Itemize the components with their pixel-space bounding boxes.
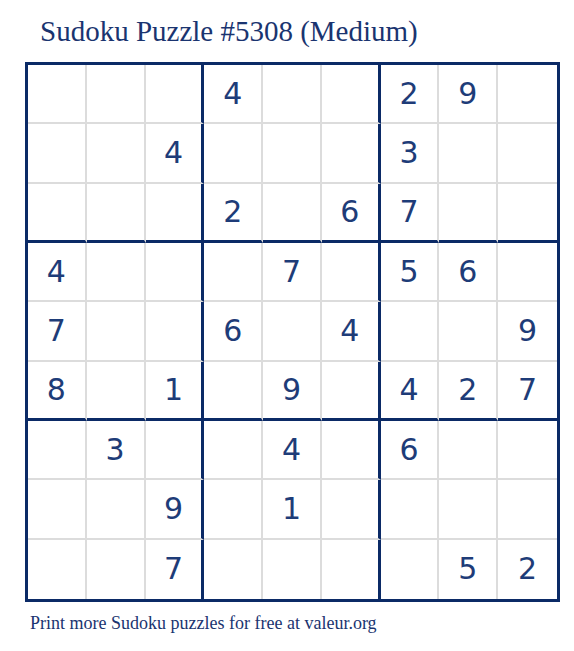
cell-r2c9[interactable] bbox=[498, 124, 557, 183]
cell-r4c1[interactable]: 4 bbox=[28, 243, 87, 302]
cell-r5c4[interactable]: 6 bbox=[204, 302, 263, 361]
cell-r3c5[interactable] bbox=[263, 184, 322, 243]
cell-r9c2[interactable] bbox=[87, 540, 146, 599]
cell-r8c6[interactable] bbox=[322, 480, 381, 539]
cell-r9c5[interactable] bbox=[263, 540, 322, 599]
cell-r8c2[interactable] bbox=[87, 480, 146, 539]
cell-r3c7[interactable]: 7 bbox=[381, 184, 440, 243]
cell-r3c4[interactable]: 2 bbox=[204, 184, 263, 243]
cell-r3c9[interactable] bbox=[498, 184, 557, 243]
footer-text: Print more Sudoku puzzles for free at va… bbox=[30, 611, 377, 635]
cell-r3c2[interactable] bbox=[87, 184, 146, 243]
cell-r8c3[interactable]: 9 bbox=[146, 480, 205, 539]
cell-r4c9[interactable] bbox=[498, 243, 557, 302]
cell-r1c2[interactable] bbox=[87, 65, 146, 124]
cell-r6c7[interactable]: 4 bbox=[381, 362, 440, 421]
cell-r4c8[interactable]: 6 bbox=[439, 243, 498, 302]
cell-r7c9[interactable] bbox=[498, 421, 557, 480]
cell-r8c5[interactable]: 1 bbox=[263, 480, 322, 539]
cell-r4c2[interactable] bbox=[87, 243, 146, 302]
cell-r8c4[interactable] bbox=[204, 480, 263, 539]
cell-r4c3[interactable] bbox=[146, 243, 205, 302]
cell-r9c1[interactable] bbox=[28, 540, 87, 599]
cell-r9c3[interactable]: 7 bbox=[146, 540, 205, 599]
cell-r2c2[interactable] bbox=[87, 124, 146, 183]
cell-r7c6[interactable] bbox=[322, 421, 381, 480]
cell-r1c7[interactable]: 2 bbox=[381, 65, 440, 124]
sudoku-page: Sudoku Puzzle #5308 (Medium) 42943267475… bbox=[0, 0, 574, 651]
cell-r8c1[interactable] bbox=[28, 480, 87, 539]
cell-r7c8[interactable] bbox=[439, 421, 498, 480]
cell-r9c8[interactable]: 5 bbox=[439, 540, 498, 599]
cell-r2c8[interactable] bbox=[439, 124, 498, 183]
cell-r6c3[interactable]: 1 bbox=[146, 362, 205, 421]
cell-r1c4[interactable]: 4 bbox=[204, 65, 263, 124]
cell-r9c4[interactable] bbox=[204, 540, 263, 599]
cell-r4c4[interactable] bbox=[204, 243, 263, 302]
cell-r4c7[interactable]: 5 bbox=[381, 243, 440, 302]
cell-r9c9[interactable]: 2 bbox=[498, 540, 557, 599]
cell-r5c5[interactable] bbox=[263, 302, 322, 361]
cell-r5c7[interactable] bbox=[381, 302, 440, 361]
cell-r1c9[interactable] bbox=[498, 65, 557, 124]
cell-r2c4[interactable] bbox=[204, 124, 263, 183]
cell-r6c9[interactable]: 7 bbox=[498, 362, 557, 421]
cell-r5c3[interactable] bbox=[146, 302, 205, 361]
cell-r4c6[interactable] bbox=[322, 243, 381, 302]
cell-r2c7[interactable]: 3 bbox=[381, 124, 440, 183]
page-title: Sudoku Puzzle #5308 (Medium) bbox=[40, 14, 418, 48]
cell-r7c3[interactable] bbox=[146, 421, 205, 480]
cell-r5c1[interactable]: 7 bbox=[28, 302, 87, 361]
cell-r4c5[interactable]: 7 bbox=[263, 243, 322, 302]
cell-r1c5[interactable] bbox=[263, 65, 322, 124]
cell-r6c2[interactable] bbox=[87, 362, 146, 421]
cell-r5c2[interactable] bbox=[87, 302, 146, 361]
cell-r6c5[interactable]: 9 bbox=[263, 362, 322, 421]
cell-r2c3[interactable]: 4 bbox=[146, 124, 205, 183]
cell-r3c8[interactable] bbox=[439, 184, 498, 243]
cell-r7c2[interactable]: 3 bbox=[87, 421, 146, 480]
cell-r1c1[interactable] bbox=[28, 65, 87, 124]
cell-r8c9[interactable] bbox=[498, 480, 557, 539]
cell-r6c1[interactable]: 8 bbox=[28, 362, 87, 421]
cell-r1c8[interactable]: 9 bbox=[439, 65, 498, 124]
cell-r1c3[interactable] bbox=[146, 65, 205, 124]
cell-r7c7[interactable]: 6 bbox=[381, 421, 440, 480]
cell-r3c1[interactable] bbox=[28, 184, 87, 243]
cell-r2c1[interactable] bbox=[28, 124, 87, 183]
cell-r3c3[interactable] bbox=[146, 184, 205, 243]
cell-r6c8[interactable]: 2 bbox=[439, 362, 498, 421]
cell-r5c6[interactable]: 4 bbox=[322, 302, 381, 361]
cell-r6c6[interactable] bbox=[322, 362, 381, 421]
cell-r2c6[interactable] bbox=[322, 124, 381, 183]
cell-r9c6[interactable] bbox=[322, 540, 381, 599]
cell-r7c1[interactable] bbox=[28, 421, 87, 480]
cell-r5c8[interactable] bbox=[439, 302, 498, 361]
cell-r7c4[interactable] bbox=[204, 421, 263, 480]
cell-r9c7[interactable] bbox=[381, 540, 440, 599]
cell-r8c8[interactable] bbox=[439, 480, 498, 539]
cell-r7c5[interactable]: 4 bbox=[263, 421, 322, 480]
cell-r6c4[interactable] bbox=[204, 362, 263, 421]
cell-r8c7[interactable] bbox=[381, 480, 440, 539]
cell-r5c9[interactable]: 9 bbox=[498, 302, 557, 361]
sudoku-board: 429432674756764981942734691752 bbox=[25, 62, 560, 602]
cell-r2c5[interactable] bbox=[263, 124, 322, 183]
cell-r3c6[interactable]: 6 bbox=[322, 184, 381, 243]
cell-r1c6[interactable] bbox=[322, 65, 381, 124]
